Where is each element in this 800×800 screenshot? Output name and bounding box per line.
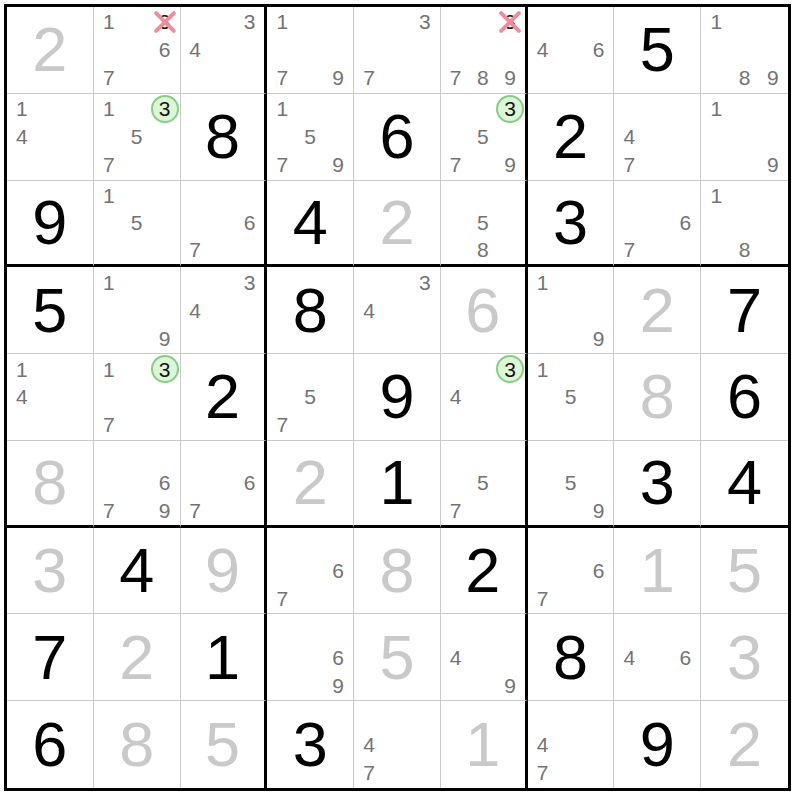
candidate-7[interactable]: 7	[268, 64, 296, 92]
cell-r8c7[interactable]: 8	[528, 614, 615, 701]
cell-r6c6[interactable]: 57	[441, 441, 528, 528]
cell-r3c8[interactable]: 67	[614, 181, 701, 268]
empty-candidate-slot	[36, 95, 64, 123]
cell-r1c2[interactable]: 1367	[94, 7, 181, 94]
empty-candidate-slot	[151, 151, 179, 179]
cell-value: 9	[7, 181, 93, 265]
candidate-7[interactable]: 7	[442, 496, 469, 523]
empty-candidate-slot	[643, 671, 671, 699]
empty-candidate-slot	[585, 529, 613, 557]
empty-candidate-slot	[643, 615, 671, 643]
cell-r7c6[interactable]: 2	[441, 528, 528, 615]
candidate-1[interactable]: 1	[702, 8, 730, 36]
cell-r7c9[interactable]: 5	[701, 528, 788, 615]
candidate-7[interactable]: 7	[442, 64, 469, 92]
cell-r2c4[interactable]: 1579	[267, 94, 354, 181]
empty-candidate-slot	[151, 209, 179, 236]
cell-r2c8[interactable]: 47	[614, 94, 701, 181]
cell-r1c7[interactable]: 46	[528, 7, 615, 94]
candidate-1[interactable]: 1	[95, 268, 123, 296]
candidate-8[interactable]: 8	[730, 64, 758, 92]
candidate-4[interactable]: 4	[355, 296, 383, 324]
candidate-digit: 9	[504, 675, 516, 696]
candidate-digit: 3	[504, 98, 516, 119]
cell-value: 1	[614, 528, 700, 614]
candidate-5[interactable]: 5	[123, 209, 151, 236]
cell-r5c5[interactable]: 9	[354, 354, 441, 441]
candidate-8[interactable]: 8	[469, 64, 496, 92]
candidate-5[interactable]: 5	[557, 383, 585, 411]
cell-r1c8[interactable]: 5	[614, 7, 701, 94]
cell-r5c9[interactable]: 6	[701, 354, 788, 441]
candidate-4[interactable]: 4	[8, 383, 36, 411]
candidate-1[interactable]: 1	[8, 95, 36, 123]
cell-r4c5[interactable]: 34	[354, 267, 441, 354]
candidate-6[interactable]: 6	[671, 209, 699, 236]
candidate-digit: 3	[504, 359, 516, 380]
candidate-9[interactable]: 9	[585, 496, 613, 523]
cell-r5c8[interactable]: 8	[614, 354, 701, 441]
candidate-grid: 59	[529, 442, 613, 524]
empty-candidate-slot	[702, 64, 730, 92]
candidate-7[interactable]: 7	[268, 151, 296, 179]
candidate-digit: 5	[477, 212, 489, 233]
candidate-digit: 7	[450, 500, 462, 521]
cell-r5c4[interactable]: 57	[267, 354, 354, 441]
empty-candidate-slot	[355, 36, 383, 64]
candidate-1[interactable]: 1	[8, 355, 36, 383]
empty-candidate-slot	[496, 442, 523, 469]
empty-candidate-slot	[123, 36, 151, 64]
candidate-1[interactable]: 1	[702, 95, 730, 123]
candidate-7[interactable]: 7	[268, 585, 296, 613]
candidate-7[interactable]: 7	[355, 64, 383, 92]
empty-candidate-slot	[383, 268, 411, 296]
candidate-9[interactable]: 9	[324, 671, 352, 699]
empty-candidate-slot	[268, 643, 296, 671]
empty-candidate-slot	[296, 36, 324, 64]
candidate-4[interactable]: 4	[442, 383, 469, 411]
candidate-grid: 34	[182, 268, 264, 352]
candidate-1[interactable]: 1	[268, 95, 296, 123]
cell-r3c1[interactable]: 9	[7, 181, 94, 268]
cell-r4c2[interactable]: 19	[94, 267, 181, 354]
candidate-4[interactable]: 4	[355, 730, 383, 758]
cell-value: 5	[354, 614, 440, 700]
empty-candidate-slot	[469, 442, 496, 469]
cell-r2c9[interactable]: 19	[701, 94, 788, 181]
empty-candidate-slot	[123, 64, 151, 92]
cell-r5c6[interactable]: 34	[441, 354, 528, 441]
cell-r3c9[interactable]: 18	[701, 181, 788, 268]
cell-r6c4[interactable]: 2	[267, 441, 354, 528]
candidate-7[interactable]: 7	[355, 759, 383, 787]
empty-candidate-slot	[585, 469, 613, 496]
empty-candidate-slot	[236, 496, 263, 523]
empty-candidate-slot	[324, 123, 352, 151]
cell-r5c2[interactable]: 137	[94, 354, 181, 441]
candidate-grid: 1367	[95, 8, 179, 92]
empty-candidate-slot	[442, 236, 469, 263]
cell-r9c8[interactable]: 9	[614, 701, 701, 788]
empty-candidate-slot	[324, 529, 352, 557]
candidate-5[interactable]: 5	[469, 469, 496, 496]
cell-value: 8	[181, 94, 265, 180]
empty-candidate-slot	[123, 496, 151, 523]
cell-r8c1[interactable]: 7	[7, 614, 94, 701]
cell-r1c1[interactable]: 2	[7, 7, 94, 94]
empty-candidate-slot	[64, 411, 92, 439]
cell-r8c8[interactable]: 46	[614, 614, 701, 701]
candidate-9[interactable]: 9	[324, 64, 352, 92]
candidate-grid: 3579	[442, 95, 524, 179]
cell-value: 1	[441, 701, 525, 788]
cell-r3c3[interactable]: 67	[181, 181, 268, 268]
cell-r8c4[interactable]: 69	[267, 614, 354, 701]
candidate-digit: 8	[739, 67, 751, 88]
candidate-grid: 179	[268, 8, 352, 92]
cell-r4c3[interactable]: 34	[181, 267, 268, 354]
cell-r7c8[interactable]: 1	[614, 528, 701, 615]
empty-candidate-slot	[585, 64, 613, 92]
cell-r6c2[interactable]: 679	[94, 441, 181, 528]
empty-candidate-slot	[268, 123, 296, 151]
cell-r8c3[interactable]: 1	[181, 614, 268, 701]
empty-candidate-slot	[496, 615, 523, 643]
candidate-1[interactable]: 1	[95, 8, 123, 36]
cell-r5c7[interactable]: 15	[528, 354, 615, 441]
empty-candidate-slot	[151, 182, 179, 209]
cell-r8c5[interactable]: 5	[354, 614, 441, 701]
cell-r6c1[interactable]: 8	[7, 441, 94, 528]
candidate-grid: 15	[529, 355, 613, 439]
cell-r4c1[interactable]: 5	[7, 267, 94, 354]
empty-candidate-slot	[36, 383, 64, 411]
candidate-1[interactable]: 1	[529, 268, 557, 296]
candidate-digit: 4	[537, 39, 549, 60]
cell-r9c1[interactable]: 6	[7, 701, 94, 788]
candidate-1[interactable]: 1	[95, 182, 123, 209]
candidate-5[interactable]: 5	[296, 383, 324, 411]
cell-value: 8	[614, 354, 700, 440]
cell-r3c5[interactable]: 2	[354, 181, 441, 268]
candidate-9[interactable]: 9	[496, 64, 523, 92]
candidate-4[interactable]: 4	[182, 296, 209, 324]
candidate-9[interactable]: 9	[151, 324, 179, 352]
cell-r6c9[interactable]: 4	[701, 441, 788, 528]
empty-candidate-slot	[671, 236, 699, 263]
cell-r6c3[interactable]: 67	[181, 441, 268, 528]
candidate-digit: 8	[477, 67, 489, 88]
empty-candidate-slot	[585, 411, 613, 439]
candidate-5[interactable]: 5	[557, 469, 585, 496]
candidate-6[interactable]: 6	[585, 36, 613, 64]
candidate-9[interactable]: 9	[759, 151, 787, 179]
candidate-9[interactable]: 9	[324, 151, 352, 179]
candidate-9[interactable]: 9	[496, 151, 523, 179]
candidate-9[interactable]: 9	[496, 671, 523, 699]
candidate-5[interactable]: 5	[123, 123, 151, 151]
candidate-digit: 8	[739, 239, 751, 260]
candidate-4[interactable]: 4	[615, 123, 643, 151]
cell-r7c5[interactable]: 8	[354, 528, 441, 615]
empty-candidate-slot	[296, 529, 324, 557]
cell-r2c2[interactable]: 1357	[94, 94, 181, 181]
empty-candidate-slot	[209, 324, 236, 352]
candidate-1[interactable]: 1	[95, 95, 123, 123]
candidate-4[interactable]: 4	[529, 730, 557, 758]
empty-candidate-slot	[383, 759, 411, 787]
cell-r2c6[interactable]: 3579	[441, 94, 528, 181]
cell-value: 4	[267, 181, 353, 265]
candidate-7[interactable]: 7	[615, 151, 643, 179]
cell-r7c2[interactable]: 4	[94, 528, 181, 615]
empty-candidate-slot	[442, 8, 469, 36]
candidate-1[interactable]: 1	[702, 182, 730, 209]
cell-r9c2[interactable]: 8	[94, 701, 181, 788]
empty-candidate-slot	[615, 182, 643, 209]
candidate-7[interactable]: 7	[529, 585, 557, 613]
candidate-4[interactable]: 4	[8, 123, 36, 151]
candidate-3[interactable]: 3	[151, 355, 179, 383]
cell-r1c9[interactable]: 189	[701, 7, 788, 94]
candidate-digit: 9	[332, 154, 344, 175]
empty-candidate-slot	[324, 383, 352, 411]
cell-r1c6[interactable]: 3789	[441, 7, 528, 94]
candidate-7[interactable]: 7	[95, 64, 123, 92]
candidate-5[interactable]: 5	[469, 123, 496, 151]
candidate-grid: 19	[529, 268, 613, 352]
cell-r3c6[interactable]: 58	[441, 181, 528, 268]
cell-r9c3[interactable]: 5	[181, 701, 268, 788]
candidate-grid: 34	[182, 8, 264, 92]
cell-r2c5[interactable]: 6	[354, 94, 441, 181]
empty-candidate-slot	[702, 36, 730, 64]
candidate-digit: 1	[103, 359, 115, 380]
cell-r7c4[interactable]: 67	[267, 528, 354, 615]
candidate-7[interactable]: 7	[182, 496, 209, 523]
empty-candidate-slot	[324, 585, 352, 613]
empty-candidate-slot	[383, 324, 411, 352]
cell-r9c7[interactable]: 47	[528, 701, 615, 788]
empty-candidate-slot	[529, 442, 557, 469]
empty-candidate-slot	[64, 151, 92, 179]
cell-value: 7	[7, 614, 93, 700]
candidate-digit: 9	[504, 67, 516, 88]
empty-candidate-slot	[730, 95, 758, 123]
candidate-3[interactable]: 3	[496, 8, 523, 36]
cell-r1c3[interactable]: 34	[181, 7, 268, 94]
cell-value: 1	[354, 441, 440, 525]
empty-candidate-slot	[64, 383, 92, 411]
empty-candidate-slot	[529, 529, 557, 557]
empty-candidate-slot	[296, 643, 324, 671]
empty-candidate-slot	[442, 469, 469, 496]
cell-r9c9[interactable]: 2	[701, 701, 788, 788]
candidate-7[interactable]: 7	[182, 236, 209, 263]
empty-candidate-slot	[442, 209, 469, 236]
cell-r5c1[interactable]: 14	[7, 354, 94, 441]
cell-value: 9	[181, 528, 265, 614]
cell-r2c1[interactable]: 14	[7, 94, 94, 181]
candidate-3[interactable]: 3	[151, 95, 179, 123]
candidate-6[interactable]: 6	[324, 557, 352, 585]
cell-r8c2[interactable]: 2	[94, 614, 181, 701]
cell-r7c7[interactable]: 67	[528, 528, 615, 615]
empty-candidate-slot	[585, 730, 613, 758]
empty-candidate-slot	[496, 236, 523, 263]
empty-candidate-slot	[557, 702, 585, 730]
empty-candidate-slot	[496, 182, 523, 209]
cell-value: 6	[701, 354, 788, 440]
candidate-digit: 7	[103, 154, 115, 175]
empty-candidate-slot	[36, 151, 64, 179]
candidate-7[interactable]: 7	[95, 496, 123, 523]
empty-candidate-slot	[182, 324, 209, 352]
candidate-digit: 3	[159, 98, 171, 119]
candidate-digit: 3	[504, 11, 516, 32]
cell-value: 3	[614, 441, 700, 525]
candidate-7[interactable]: 7	[615, 236, 643, 263]
candidate-3[interactable]: 3	[236, 8, 263, 36]
cell-r1c5[interactable]: 37	[354, 7, 441, 94]
candidate-8[interactable]: 8	[469, 236, 496, 263]
candidate-8[interactable]: 8	[730, 236, 758, 263]
candidate-4[interactable]: 4	[442, 643, 469, 671]
cell-r5c3[interactable]: 2	[181, 354, 268, 441]
candidate-9[interactable]: 9	[585, 324, 613, 352]
candidate-7[interactable]: 7	[442, 151, 469, 179]
cell-r2c3[interactable]: 8	[181, 94, 268, 181]
empty-candidate-slot	[442, 442, 469, 469]
cell-value: 8	[354, 528, 440, 614]
candidate-3[interactable]: 3	[411, 8, 439, 36]
empty-candidate-slot	[151, 268, 179, 296]
empty-candidate-slot	[585, 383, 613, 411]
empty-candidate-slot	[209, 64, 236, 92]
empty-candidate-slot	[557, 411, 585, 439]
cell-r6c5[interactable]: 1	[354, 441, 441, 528]
empty-candidate-slot	[236, 442, 263, 469]
empty-candidate-slot	[557, 759, 585, 787]
candidate-9[interactable]: 9	[151, 496, 179, 523]
cell-r4c8[interactable]: 2	[614, 267, 701, 354]
empty-candidate-slot	[730, 36, 758, 64]
empty-candidate-slot	[469, 151, 496, 179]
empty-candidate-slot	[529, 496, 557, 523]
candidate-6[interactable]: 6	[151, 469, 179, 496]
candidate-digit: 4	[189, 39, 201, 60]
candidate-7[interactable]: 7	[268, 411, 296, 439]
candidate-digit: 9	[767, 67, 779, 88]
candidate-6[interactable]: 6	[151, 36, 179, 64]
cell-r8c6[interactable]: 49	[441, 614, 528, 701]
cell-r9c6[interactable]: 1	[441, 701, 528, 788]
cell-value: 5	[614, 7, 700, 93]
cell-r4c7[interactable]: 19	[528, 267, 615, 354]
candidate-digit: 1	[711, 98, 723, 119]
empty-candidate-slot	[585, 702, 613, 730]
empty-candidate-slot	[383, 730, 411, 758]
candidate-6[interactable]: 6	[324, 643, 352, 671]
candidate-digit: 7	[276, 67, 288, 88]
candidate-5[interactable]: 5	[469, 209, 496, 236]
cell-value: 9	[354, 354, 440, 440]
empty-candidate-slot	[236, 324, 263, 352]
empty-candidate-slot	[529, 411, 557, 439]
candidate-3[interactable]: 3	[496, 355, 523, 383]
candidate-6[interactable]: 6	[236, 209, 263, 236]
candidate-4[interactable]: 4	[615, 643, 643, 671]
candidate-1[interactable]: 1	[95, 355, 123, 383]
candidate-9[interactable]: 9	[759, 64, 787, 92]
candidate-6[interactable]: 6	[585, 557, 613, 585]
empty-candidate-slot	[529, 324, 557, 352]
empty-candidate-slot	[123, 182, 151, 209]
candidate-digit: 7	[103, 500, 115, 521]
candidate-digit: 7	[103, 414, 115, 435]
cell-r3c2[interactable]: 15	[94, 181, 181, 268]
empty-candidate-slot	[442, 123, 469, 151]
empty-candidate-slot	[209, 442, 236, 469]
candidate-1[interactable]: 1	[268, 8, 296, 36]
cell-r3c4[interactable]: 4	[267, 181, 354, 268]
candidate-digit: 4	[16, 386, 28, 407]
candidate-grid: 34	[442, 355, 524, 439]
cell-r1c4[interactable]: 179	[267, 7, 354, 94]
candidate-1[interactable]: 1	[529, 355, 557, 383]
candidate-digit: 7	[624, 154, 636, 175]
candidate-7[interactable]: 7	[95, 151, 123, 179]
candidate-4[interactable]: 4	[529, 36, 557, 64]
candidate-3[interactable]: 3	[236, 268, 263, 296]
candidate-6[interactable]: 6	[671, 643, 699, 671]
candidate-4[interactable]: 4	[182, 36, 209, 64]
candidate-3[interactable]: 3	[151, 8, 179, 36]
empty-candidate-slot	[759, 182, 787, 209]
empty-candidate-slot	[123, 236, 151, 263]
candidate-7[interactable]: 7	[95, 411, 123, 439]
empty-candidate-slot	[296, 64, 324, 92]
candidate-6[interactable]: 6	[236, 469, 263, 496]
cell-r9c5[interactable]: 47	[354, 701, 441, 788]
cell-r4c6[interactable]: 6	[441, 267, 528, 354]
empty-candidate-slot	[123, 355, 151, 383]
cell-r4c4[interactable]: 8	[267, 267, 354, 354]
cell-r3c7[interactable]: 3	[528, 181, 615, 268]
cell-r2c7[interactable]: 2	[528, 94, 615, 181]
cell-r9c4[interactable]: 3	[267, 701, 354, 788]
candidate-3[interactable]: 3	[411, 268, 439, 296]
candidate-5[interactable]: 5	[296, 123, 324, 151]
empty-candidate-slot	[585, 268, 613, 296]
cell-r7c3[interactable]: 9	[181, 528, 268, 615]
candidate-7[interactable]: 7	[529, 759, 557, 787]
cell-r4c9[interactable]: 7	[701, 267, 788, 354]
candidate-grid: 189	[702, 8, 787, 92]
empty-candidate-slot	[615, 615, 643, 643]
empty-candidate-slot	[123, 296, 151, 324]
cell-r6c7[interactable]: 59	[528, 441, 615, 528]
candidate-3[interactable]: 3	[496, 95, 523, 123]
cell-r6c8[interactable]: 3	[614, 441, 701, 528]
empty-candidate-slot	[182, 182, 209, 209]
empty-candidate-slot	[469, 95, 496, 123]
candidate-grid: 34	[355, 268, 439, 352]
candidate-digit: 3	[419, 272, 431, 293]
cell-r7c1[interactable]: 3	[7, 528, 94, 615]
cell-r8c9[interactable]: 3	[701, 614, 788, 701]
